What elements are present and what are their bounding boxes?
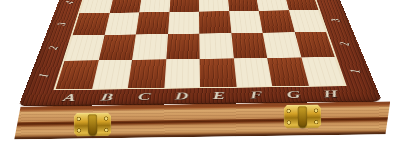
latch-hook-icon — [88, 114, 97, 135]
square-e3 — [199, 11, 231, 34]
left-latch — [73, 112, 111, 137]
square-c2 — [132, 34, 167, 60]
file-label-d: D — [162, 90, 200, 102]
square-b2 — [98, 34, 136, 60]
file-label-e: E — [200, 90, 238, 102]
square-d2 — [166, 34, 200, 60]
file-label-h: H — [311, 88, 352, 100]
file-label-c: C — [125, 91, 164, 103]
file-label-g: G — [274, 89, 314, 101]
square-g4 — [255, 0, 288, 11]
latch-hook-icon — [298, 107, 307, 128]
square-b1 — [92, 60, 132, 89]
rank-label-right-2: 2 — [338, 42, 353, 46]
square-b4 — [109, 0, 142, 13]
square-f3 — [229, 11, 263, 34]
square-f4 — [227, 0, 259, 11]
square-e4 — [199, 0, 229, 11]
square-f1 — [233, 58, 272, 87]
square-h4 — [283, 0, 318, 10]
square-e1 — [200, 58, 237, 87]
square-c3 — [136, 12, 169, 35]
rank-label-right-3: 3 — [329, 18, 343, 22]
rank-label-left-4: 4 — [63, 1, 77, 4]
chess-box-photo: 4321 4321 ABCDEFGH — [0, 0, 400, 142]
square-c1 — [128, 59, 166, 88]
rank-label-right-1: 1 — [347, 69, 363, 74]
square-d1 — [164, 59, 200, 88]
square-e2 — [199, 33, 233, 59]
file-label-f: F — [237, 89, 276, 101]
square-c4 — [139, 0, 170, 12]
scene: 4321 4321 ABCDEFGH — [0, 0, 400, 142]
square-b3 — [104, 12, 139, 35]
square-d4 — [169, 0, 199, 12]
board-grid — [53, 0, 346, 90]
rank-label-left-2: 2 — [46, 46, 62, 50]
right-latch — [283, 104, 321, 129]
file-label-a: A — [49, 92, 90, 104]
folded-chess-board-top: 4321 4321 ABCDEFGH — [18, 0, 382, 107]
file-label-b: B — [87, 91, 127, 103]
rank-label-left-3: 3 — [55, 22, 70, 26]
rank-label-left-1: 1 — [35, 73, 53, 78]
square-d3 — [168, 11, 200, 34]
box-front-face — [12, 101, 390, 139]
square-f2 — [231, 33, 267, 58]
rank-label-right-4: 4 — [321, 0, 334, 1]
